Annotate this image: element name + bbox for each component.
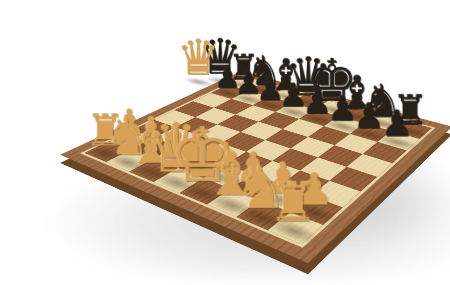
white-rook-shadow xyxy=(263,215,327,248)
black-rook-shadow xyxy=(387,122,437,141)
black-queen-piece: ♛ xyxy=(180,32,260,81)
white-queen-piece: ♛ xyxy=(158,33,238,82)
black-rook: ♜ xyxy=(362,90,450,131)
chess-set-photo: ♜♞♝♛♚♝♞♜♟♟♟♟♟♟♟♟♟♟♟♟♟♟♟♟♜♞♝♛♚♝♞♜ ♛ ♛ xyxy=(0,0,450,285)
square-a1: ♜ xyxy=(85,141,131,162)
